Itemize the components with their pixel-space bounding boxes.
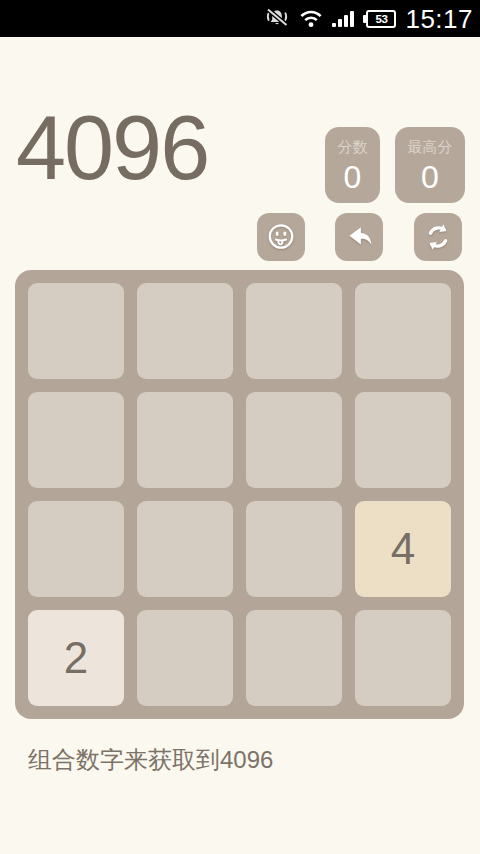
empty-cell [137,283,233,379]
app-screen: 53 15:17 4096 分数 0 最高分 0 [0,0,480,854]
tile-2: 2 [28,610,124,706]
empty-cell [28,283,124,379]
smiley-tongue-icon [265,221,297,253]
empty-cell [137,610,233,706]
empty-cell [355,392,451,488]
battery-body: 53 [366,10,396,28]
best-score-label: 最高分 [408,139,453,154]
mood-smiley-button[interactable] [257,213,305,261]
signal-strength-icon [332,10,354,27]
empty-cell [246,392,342,488]
refresh-icon [422,221,454,253]
empty-cell [246,501,342,597]
goal-hint: 组合数字来获取到4096 [28,745,273,775]
app-title: 4096 [16,103,208,193]
status-bar: 53 15:17 [0,0,480,37]
muted-bell-vibrate-icon [264,8,290,29]
best-score-value: 0 [421,161,439,193]
score-value: 0 [344,161,362,193]
empty-cell [355,610,451,706]
score-box: 分数 0 [325,127,380,203]
best-score-box: 最高分 0 [395,127,465,203]
empty-cell [28,501,124,597]
empty-cell [246,283,342,379]
undo-arrow-icon [343,221,375,253]
battery-percent: 53 [376,13,388,25]
undo-button[interactable] [335,213,383,261]
status-time: 15:17 [405,6,473,32]
tile-4: 4 [355,501,451,597]
empty-cell [137,501,233,597]
empty-cell [28,392,124,488]
empty-cell [137,392,233,488]
wifi-icon [299,9,323,28]
restart-button[interactable] [414,213,462,261]
score-label: 分数 [338,139,368,154]
battery-icon: 53 [363,10,396,28]
game-board[interactable]: 42 [15,270,464,719]
empty-cell [355,283,451,379]
empty-cell [246,610,342,706]
